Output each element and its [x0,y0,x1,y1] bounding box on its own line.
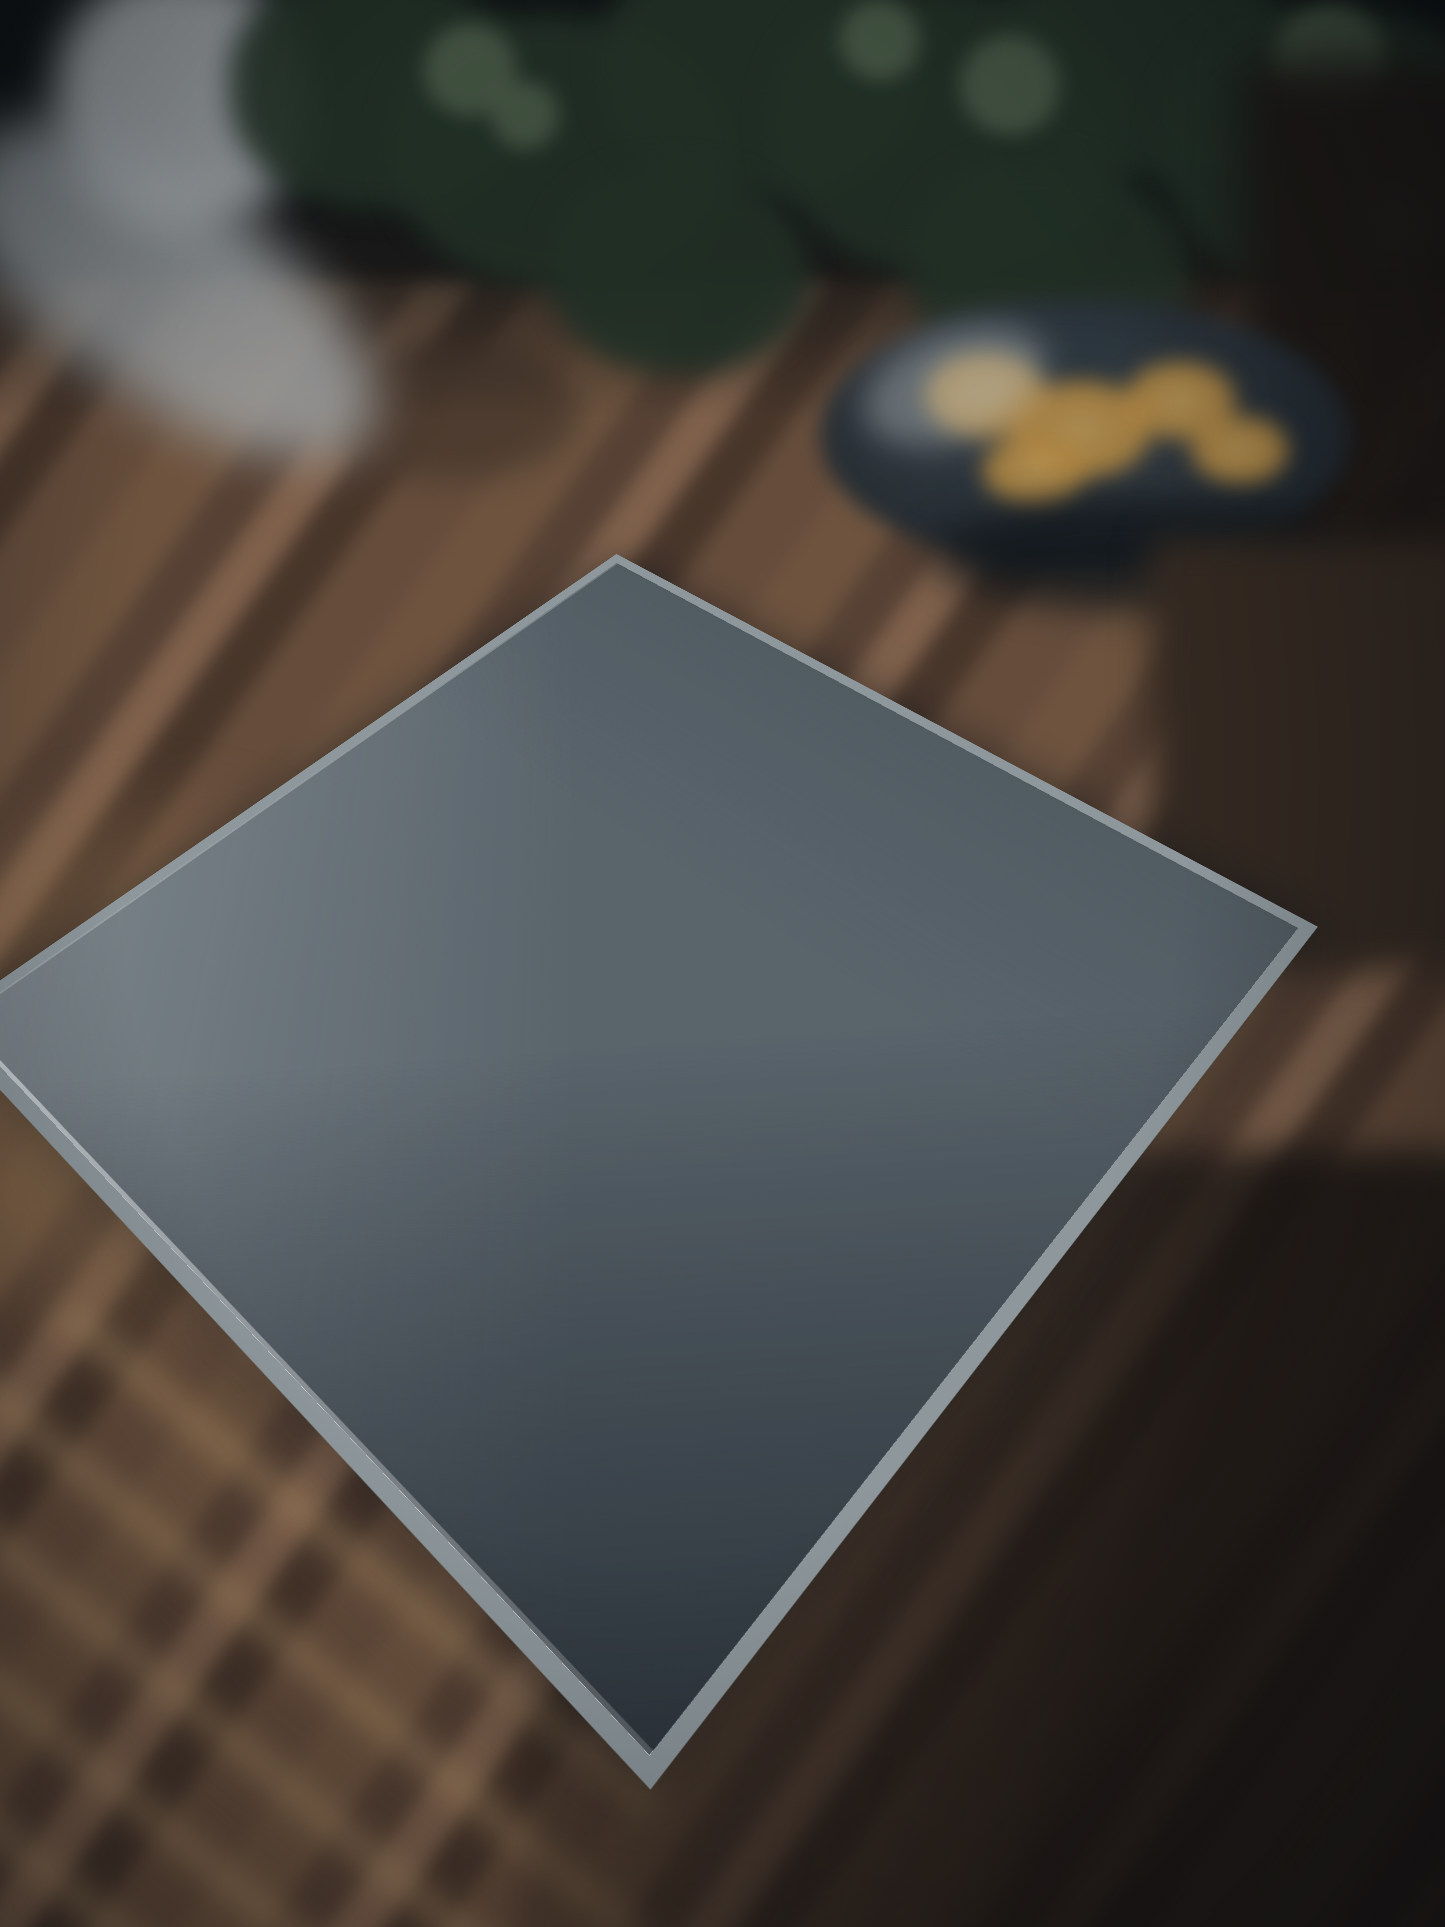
board-grid: ♚♜♟♛♜♛♟♟♝♟♟♟♚♝♜ [0,563,1298,1756]
piece-glyph: ♜ [502,345,719,584]
board-scene: ♚♜♟♛♜♛♟♟♝♟♟♟♚♝♜ [0,0,1445,1927]
photo-canvas: ♚♜♟♛♜♛♟♟♝♟♟♟♚♝♜ [0,0,1445,1927]
chess-board: ♚♜♟♛♜♛♟♟♝♟♟♟♚♝♜ [0,563,1298,1756]
